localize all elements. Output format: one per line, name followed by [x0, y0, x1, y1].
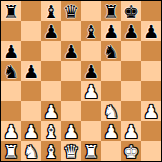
black-knight-piece: ♞ [3, 62, 19, 82]
white-pawn-piece: ♟ [23, 122, 39, 142]
square-d2[interactable]: ♟ [61, 121, 81, 141]
black-pawn-piece: ♟ [3, 42, 19, 62]
square-f4[interactable] [101, 81, 121, 101]
black-pawn-piece: ♟ [23, 62, 39, 82]
square-e4[interactable]: ♟ [81, 81, 101, 101]
white-rook-piece: ♜ [3, 142, 19, 162]
square-d3[interactable] [61, 101, 81, 121]
black-knight-piece: ♞ [103, 42, 119, 62]
square-e5[interactable]: ♟ [81, 61, 101, 81]
square-c1[interactable]: ♝ [41, 141, 61, 161]
square-g8[interactable]: ♚ [121, 1, 141, 21]
square-a1[interactable]: ♜ [1, 141, 21, 161]
square-g1[interactable]: ♚ [121, 141, 141, 161]
square-g5[interactable] [121, 61, 141, 81]
white-pawn-piece: ♟ [43, 102, 59, 122]
square-e6[interactable] [81, 41, 101, 61]
square-h5[interactable] [141, 61, 161, 81]
square-f6[interactable]: ♞ [101, 41, 121, 61]
white-bishop-piece: ♝ [43, 142, 59, 162]
white-knight-piece: ♞ [103, 102, 119, 122]
square-a5[interactable]: ♞ [1, 61, 21, 81]
square-d8[interactable]: ♛ [61, 1, 81, 21]
white-pawn-piece: ♟ [3, 122, 19, 142]
square-b1[interactable]: ♞ [21, 141, 41, 161]
square-h8[interactable] [141, 1, 161, 21]
square-e7[interactable]: ♝ [81, 21, 101, 41]
square-h3[interactable]: ♟ [141, 101, 161, 121]
square-h2[interactable] [141, 121, 161, 141]
square-b3[interactable] [21, 101, 41, 121]
square-d4[interactable] [61, 81, 81, 101]
square-a4[interactable] [1, 81, 21, 101]
black-king-piece: ♚ [123, 2, 139, 22]
square-h1[interactable] [141, 141, 161, 161]
square-b8[interactable] [21, 1, 41, 21]
square-g6[interactable] [121, 41, 141, 61]
square-f1[interactable] [101, 141, 121, 161]
chess-board: ♜♝♛♜♚♟♝♟♟♟♟♟♞♞♟♟♟♟♞♟♟♟♝♟♟♟♜♞♝♛♜♚ [0, 0, 162, 162]
square-g4[interactable] [121, 81, 141, 101]
square-c8[interactable]: ♝ [41, 1, 61, 21]
black-pawn-piece: ♟ [123, 22, 139, 42]
square-h6[interactable] [141, 41, 161, 61]
white-queen-piece: ♛ [63, 142, 79, 162]
white-pawn-piece: ♟ [63, 122, 79, 142]
square-e1[interactable]: ♜ [81, 141, 101, 161]
square-c5[interactable] [41, 61, 61, 81]
square-f8[interactable]: ♜ [101, 1, 121, 21]
square-f7[interactable]: ♟ [101, 21, 121, 41]
black-bishop-piece: ♝ [83, 22, 99, 42]
square-b5[interactable]: ♟ [21, 61, 41, 81]
square-h7[interactable]: ♟ [141, 21, 161, 41]
square-b2[interactable]: ♟ [21, 121, 41, 141]
square-c7[interactable]: ♟ [41, 21, 61, 41]
square-e2[interactable] [81, 121, 101, 141]
black-pawn-piece: ♟ [43, 22, 59, 42]
square-d6[interactable]: ♟ [61, 41, 81, 61]
square-f5[interactable] [101, 61, 121, 81]
black-pawn-piece: ♟ [63, 42, 79, 62]
square-f3[interactable]: ♞ [101, 101, 121, 121]
white-bishop-piece: ♝ [43, 122, 59, 142]
white-knight-piece: ♞ [23, 142, 39, 162]
square-f2[interactable]: ♟ [101, 121, 121, 141]
black-pawn-piece: ♟ [83, 62, 99, 82]
square-a2[interactable]: ♟ [1, 121, 21, 141]
square-c4[interactable] [41, 81, 61, 101]
black-queen-piece: ♛ [63, 2, 79, 22]
square-b4[interactable] [21, 81, 41, 101]
square-a7[interactable] [1, 21, 21, 41]
square-h4[interactable] [141, 81, 161, 101]
white-rook-piece: ♜ [83, 142, 99, 162]
black-rook-piece: ♜ [103, 2, 119, 22]
square-a8[interactable]: ♜ [1, 1, 21, 21]
square-g7[interactable]: ♟ [121, 21, 141, 41]
square-c3[interactable]: ♟ [41, 101, 61, 121]
black-pawn-piece: ♟ [103, 22, 119, 42]
square-g3[interactable] [121, 101, 141, 121]
square-e3[interactable] [81, 101, 101, 121]
square-c2[interactable]: ♝ [41, 121, 61, 141]
square-b7[interactable] [21, 21, 41, 41]
square-a3[interactable] [1, 101, 21, 121]
white-pawn-piece: ♟ [83, 82, 99, 102]
square-c6[interactable] [41, 41, 61, 61]
black-bishop-piece: ♝ [43, 2, 59, 22]
white-pawn-piece: ♟ [103, 122, 119, 142]
black-pawn-piece: ♟ [143, 22, 159, 42]
square-d5[interactable] [61, 61, 81, 81]
white-pawn-piece: ♟ [143, 102, 159, 122]
white-pawn-piece: ♟ [123, 122, 139, 142]
black-rook-piece: ♜ [3, 2, 19, 22]
square-e8[interactable] [81, 1, 101, 21]
square-a6[interactable]: ♟ [1, 41, 21, 61]
square-g2[interactable]: ♟ [121, 121, 141, 141]
square-b6[interactable] [21, 41, 41, 61]
white-king-piece: ♚ [123, 142, 139, 162]
square-d1[interactable]: ♛ [61, 141, 81, 161]
square-d7[interactable] [61, 21, 81, 41]
